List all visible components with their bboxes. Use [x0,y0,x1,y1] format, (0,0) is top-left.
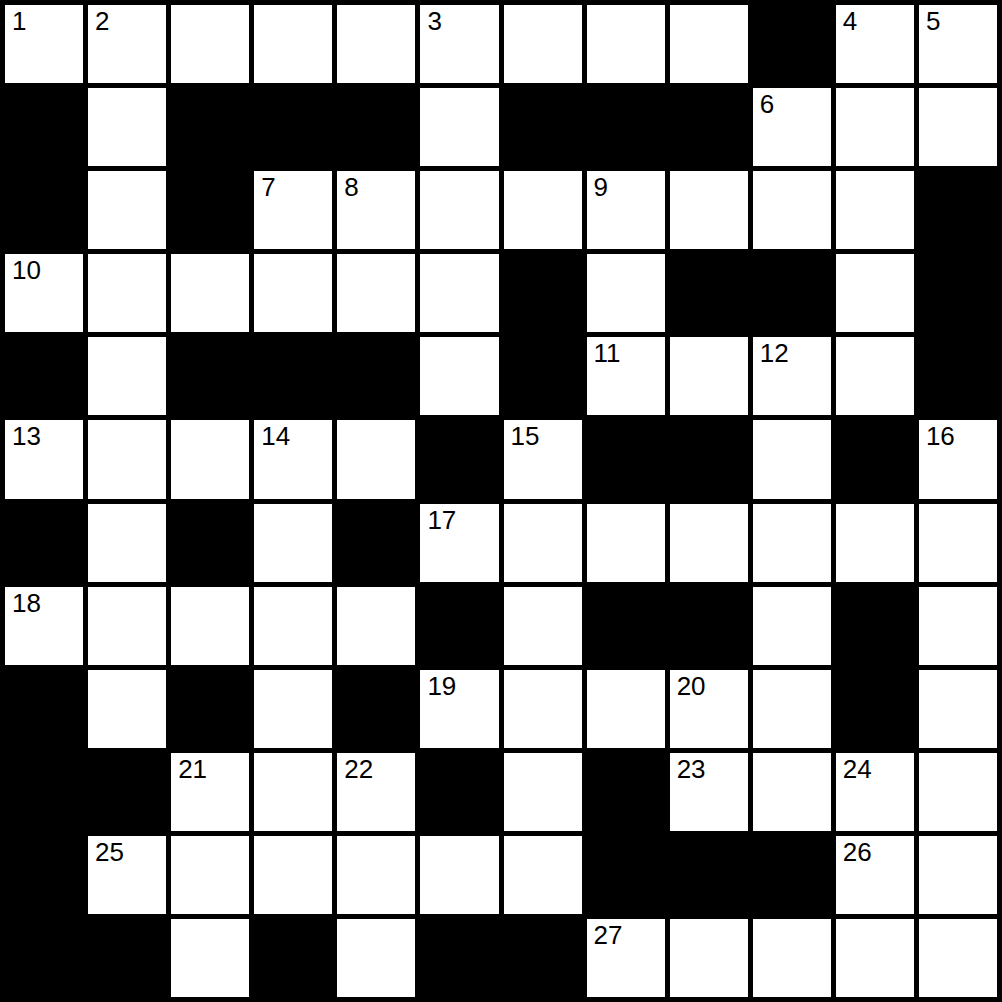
black-cell-r3c9 [753,254,831,332]
clue-number-10: 10 [12,256,41,284]
cell-r0c3[interactable] [254,5,332,83]
clue-number-27: 27 [594,921,623,949]
cell-r6c7[interactable] [587,504,665,582]
cell-r4c9[interactable]: 12 [753,337,831,415]
cell-r6c8[interactable] [670,504,748,582]
cell-r11c9[interactable] [753,919,831,997]
cell-r3c3[interactable] [254,254,332,332]
cell-r9c8[interactable]: 23 [670,753,748,831]
black-cell-r11c0 [5,919,83,997]
cell-r2c7[interactable]: 9 [587,171,665,249]
cell-r9c10[interactable]: 24 [836,753,914,831]
cell-r0c5[interactable]: 3 [420,5,498,83]
black-cell-r3c8 [670,254,748,332]
cell-r9c2[interactable]: 21 [171,753,249,831]
cell-r0c1[interactable]: 2 [88,5,166,83]
clue-number-3: 3 [427,7,441,35]
cell-r1c10[interactable] [836,88,914,166]
black-cell-r10c8 [670,836,748,914]
black-cell-r9c0 [5,753,83,831]
black-cell-r10c7 [587,836,665,914]
cell-r7c9[interactable] [753,587,831,665]
black-cell-r5c7 [587,420,665,498]
clue-number-23: 23 [677,755,706,783]
clue-number-25: 25 [95,838,124,866]
cell-r2c6[interactable] [504,171,582,249]
cell-r11c10[interactable] [836,919,914,997]
crossword-board: 1234567891011121314151617181920212223242… [0,0,1002,1002]
cell-r5c6[interactable]: 15 [504,420,582,498]
cell-r0c7[interactable] [587,5,665,83]
black-cell-r9c5 [420,753,498,831]
cell-r3c4[interactable] [337,254,415,332]
cell-r9c9[interactable] [753,753,831,831]
black-cell-r8c10 [836,670,914,748]
cell-r3c0[interactable]: 10 [5,254,83,332]
cell-r5c1[interactable] [88,420,166,498]
black-cell-r0c9 [753,5,831,83]
cell-r3c1[interactable] [88,254,166,332]
cell-r3c2[interactable] [171,254,249,332]
cell-r7c0[interactable]: 18 [5,587,83,665]
clue-number-13: 13 [12,422,41,450]
black-cell-r4c3 [254,337,332,415]
black-cell-r6c2 [171,504,249,582]
cell-r6c1[interactable] [88,504,166,582]
cell-r9c11[interactable] [919,753,997,831]
cell-r0c2[interactable] [171,5,249,83]
cell-r8c9[interactable] [753,670,831,748]
cell-r5c3[interactable]: 14 [254,420,332,498]
black-cell-r5c5 [420,420,498,498]
black-cell-r4c11 [919,337,997,415]
cell-r11c2[interactable] [171,919,249,997]
cell-r8c6[interactable] [504,670,582,748]
black-cell-r11c1 [88,919,166,997]
black-cell-r7c5 [420,587,498,665]
cell-r10c6[interactable] [504,836,582,914]
clue-number-7: 7 [261,173,275,201]
black-cell-r8c0 [5,670,83,748]
black-cell-r7c10 [836,587,914,665]
black-cell-r1c4 [337,88,415,166]
clue-number-9: 9 [594,173,608,201]
cell-r6c9[interactable] [753,504,831,582]
cell-r0c0[interactable]: 1 [5,5,83,83]
cell-r7c3[interactable] [254,587,332,665]
black-cell-r8c4 [337,670,415,748]
black-cell-r1c8 [670,88,748,166]
cell-r2c4[interactable]: 8 [337,171,415,249]
black-cell-r1c6 [504,88,582,166]
cell-r1c5[interactable] [420,88,498,166]
cell-r6c5[interactable]: 17 [420,504,498,582]
cell-r5c4[interactable] [337,420,415,498]
cell-r10c10[interactable]: 26 [836,836,914,914]
cell-r10c5[interactable] [420,836,498,914]
black-cell-r3c11 [919,254,997,332]
cell-r4c10[interactable] [836,337,914,415]
black-cell-r3c6 [504,254,582,332]
black-cell-r1c7 [587,88,665,166]
cell-r10c11[interactable] [919,836,997,914]
clue-number-4: 4 [843,7,857,35]
cell-r6c10[interactable] [836,504,914,582]
cell-r7c1[interactable] [88,587,166,665]
cell-r1c1[interactable] [88,88,166,166]
black-cell-r1c2 [171,88,249,166]
cell-r2c3[interactable]: 7 [254,171,332,249]
cell-r9c3[interactable] [254,753,332,831]
black-cell-r8c2 [171,670,249,748]
cell-r0c11[interactable]: 5 [919,5,997,83]
clue-number-6: 6 [760,90,774,118]
black-cell-r1c3 [254,88,332,166]
cell-r5c2[interactable] [171,420,249,498]
clue-number-15: 15 [511,422,540,450]
clue-number-24: 24 [843,755,872,783]
cell-r9c6[interactable] [504,753,582,831]
cell-r4c1[interactable] [88,337,166,415]
cell-r10c4[interactable] [337,836,415,914]
cell-r6c3[interactable] [254,504,332,582]
black-cell-r5c10 [836,420,914,498]
black-cell-r9c7 [587,753,665,831]
cell-r10c2[interactable] [171,836,249,914]
black-cell-r4c6 [504,337,582,415]
clue-number-5: 5 [926,7,940,35]
cell-r11c4[interactable] [337,919,415,997]
cell-r3c10[interactable] [836,254,914,332]
cell-r2c9[interactable] [753,171,831,249]
cell-r8c1[interactable] [88,670,166,748]
cell-r1c11[interactable] [919,88,997,166]
cell-r0c4[interactable] [337,5,415,83]
clue-number-21: 21 [178,755,207,783]
black-cell-r11c5 [420,919,498,997]
black-cell-r1c0 [5,88,83,166]
cell-r7c4[interactable] [337,587,415,665]
black-cell-r2c2 [171,171,249,249]
cell-r2c1[interactable] [88,171,166,249]
clue-number-8: 8 [344,173,358,201]
clue-number-17: 17 [427,506,456,534]
black-cell-r7c7 [587,587,665,665]
cell-r1c9[interactable]: 6 [753,88,831,166]
cell-r7c6[interactable] [504,587,582,665]
black-cell-r9c1 [88,753,166,831]
cell-r5c11[interactable]: 16 [919,420,997,498]
cell-r11c11[interactable] [919,919,997,997]
cell-r7c2[interactable] [171,587,249,665]
clue-number-19: 19 [427,672,456,700]
black-cell-r4c0 [5,337,83,415]
cell-r3c5[interactable] [420,254,498,332]
cell-r4c5[interactable] [420,337,498,415]
black-cell-r11c6 [504,919,582,997]
cell-r0c6[interactable] [504,5,582,83]
clue-number-16: 16 [926,422,955,450]
cell-r10c3[interactable] [254,836,332,914]
black-cell-r4c4 [337,337,415,415]
black-cell-r10c9 [753,836,831,914]
cell-r2c5[interactable] [420,171,498,249]
cell-r11c8[interactable] [670,919,748,997]
cell-r3c7[interactable] [587,254,665,332]
clue-number-22: 22 [344,755,373,783]
clue-number-2: 2 [95,7,109,35]
clue-number-12: 12 [760,339,789,367]
cell-r11c7[interactable]: 27 [587,919,665,997]
clue-number-20: 20 [677,672,706,700]
cell-r10c1[interactable]: 25 [88,836,166,914]
cell-r8c7[interactable] [587,670,665,748]
cell-r2c8[interactable] [670,171,748,249]
cell-r7c11[interactable] [919,587,997,665]
cell-r6c6[interactable] [504,504,582,582]
clue-number-1: 1 [12,7,26,35]
cell-r8c11[interactable] [919,670,997,748]
clue-number-14: 14 [261,422,290,450]
black-cell-r10c0 [5,836,83,914]
cell-r4c8[interactable] [670,337,748,415]
black-cell-r2c0 [5,171,83,249]
black-cell-r6c4 [337,504,415,582]
clue-number-26: 26 [843,838,872,866]
black-cell-r6c0 [5,504,83,582]
clue-number-11: 11 [594,339,621,367]
black-cell-r2c11 [919,171,997,249]
cell-r8c8[interactable]: 20 [670,670,748,748]
cell-r5c9[interactable] [753,420,831,498]
black-cell-r5c8 [670,420,748,498]
cell-r8c5[interactable]: 19 [420,670,498,748]
cell-r5c0[interactable]: 13 [5,420,83,498]
cell-r4c7[interactable]: 11 [587,337,665,415]
cell-r8c3[interactable] [254,670,332,748]
cell-r0c10[interactable]: 4 [836,5,914,83]
black-cell-r11c3 [254,919,332,997]
cell-r2c10[interactable] [836,171,914,249]
clue-number-18: 18 [12,589,41,617]
black-cell-r4c2 [171,337,249,415]
cell-r9c4[interactable]: 22 [337,753,415,831]
black-cell-r7c8 [670,587,748,665]
cell-r0c8[interactable] [670,5,748,83]
cell-r6c11[interactable] [919,504,997,582]
